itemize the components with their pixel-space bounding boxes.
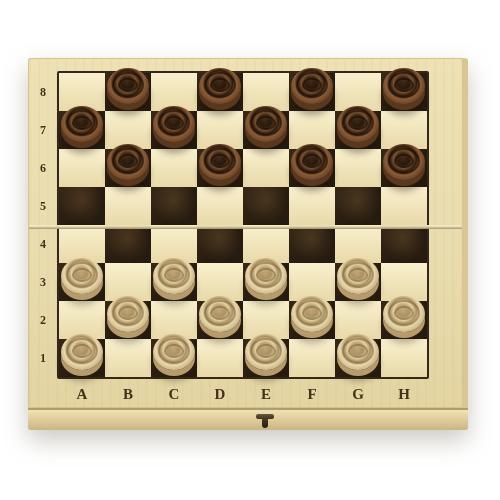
piece-light-c1[interactable] — [153, 334, 195, 370]
piece-light-g1[interactable] — [337, 334, 379, 370]
piece-light-h2[interactable] — [383, 296, 425, 332]
square-b4[interactable] — [105, 225, 151, 263]
rank-label-1: 1 — [33, 350, 53, 366]
square-f5[interactable] — [289, 187, 335, 225]
square-b5[interactable] — [105, 187, 151, 225]
file-label-a: A — [59, 384, 105, 404]
square-b1[interactable] — [105, 339, 151, 377]
piece-dark-a7[interactable] — [61, 106, 103, 142]
file-label-f: F — [289, 384, 335, 404]
rank-label-4: 4 — [33, 236, 53, 252]
square-e6[interactable] — [243, 149, 289, 187]
piece-light-a3[interactable] — [61, 258, 103, 294]
rank-label-3: 3 — [33, 274, 53, 290]
piece-dark-c7[interactable] — [153, 106, 195, 142]
piece-dark-d6[interactable] — [199, 144, 241, 180]
piece-dark-b6[interactable] — [107, 144, 149, 180]
piece-light-e3[interactable] — [245, 258, 287, 294]
piece-light-f2[interactable] — [291, 296, 333, 332]
square-h5[interactable] — [381, 187, 427, 225]
piece-dark-f6[interactable] — [291, 144, 333, 180]
file-label-c: C — [151, 384, 197, 404]
square-a5[interactable] — [59, 187, 105, 225]
piece-dark-g7[interactable] — [337, 106, 379, 142]
rank-label-2: 2 — [33, 312, 53, 328]
square-h1[interactable] — [381, 339, 427, 377]
square-c5[interactable] — [151, 187, 197, 225]
square-g5[interactable] — [335, 187, 381, 225]
piece-dark-h8[interactable] — [383, 68, 425, 104]
piece-dark-h6[interactable] — [383, 144, 425, 180]
file-label-b: B — [105, 384, 151, 404]
file-label-h: H — [381, 384, 427, 404]
checkers-board: 87654321ABCDEFGH — [28, 58, 470, 430]
piece-light-d2[interactable] — [199, 296, 241, 332]
file-label-d: D — [197, 384, 243, 404]
square-h4[interactable] — [381, 225, 427, 263]
square-e5[interactable] — [243, 187, 289, 225]
square-c6[interactable] — [151, 149, 197, 187]
piece-dark-b8[interactable] — [107, 68, 149, 104]
piece-dark-f8[interactable] — [291, 68, 333, 104]
rank-label-7: 7 — [33, 122, 53, 138]
piece-light-e1[interactable] — [245, 334, 287, 370]
piece-light-a1[interactable] — [61, 334, 103, 370]
piece-light-b2[interactable] — [107, 296, 149, 332]
clasp-hook-icon — [262, 418, 268, 428]
square-d1[interactable] — [197, 339, 243, 377]
file-label-g: G — [335, 384, 381, 404]
piece-dark-d8[interactable] — [199, 68, 241, 104]
piece-light-g3[interactable] — [337, 258, 379, 294]
metal-clasp-latch[interactable] — [256, 414, 274, 429]
playing-surface: 87654321ABCDEFGH — [28, 58, 468, 408]
rank-label-6: 6 — [33, 160, 53, 176]
piece-dark-e7[interactable] — [245, 106, 287, 142]
square-d5[interactable] — [197, 187, 243, 225]
front-edge — [28, 408, 468, 430]
square-d4[interactable] — [197, 225, 243, 263]
square-f4[interactable] — [289, 225, 335, 263]
square-a6[interactable] — [59, 149, 105, 187]
rank-label-8: 8 — [33, 84, 53, 100]
square-g6[interactable] — [335, 149, 381, 187]
photo-scene: 87654321ABCDEFGH — [0, 0, 500, 500]
square-f1[interactable] — [289, 339, 335, 377]
piece-light-c3[interactable] — [153, 258, 195, 294]
fold-seam — [29, 225, 462, 229]
file-label-e: E — [243, 384, 289, 404]
rank-label-5: 5 — [33, 198, 53, 214]
